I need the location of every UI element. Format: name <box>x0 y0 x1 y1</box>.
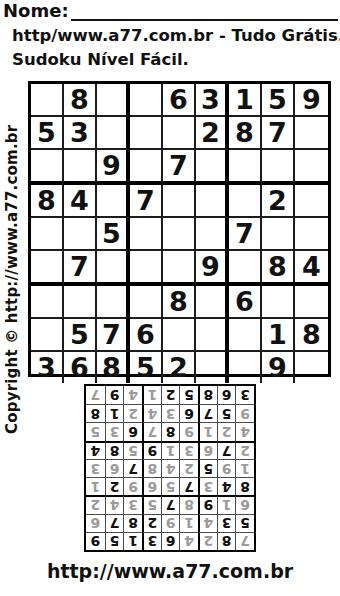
solution-cell-r3c9: 2 <box>86 495 105 513</box>
puzzle-cell-r2c9 <box>295 117 328 150</box>
puzzle-cell-r3c2 <box>64 150 97 185</box>
puzzle-cell-r9c1: 3 <box>31 352 64 383</box>
puzzle-cell-r8c8: 1 <box>262 319 295 352</box>
puzzle-cell-r6c8: 8 <box>262 251 295 286</box>
puzzle-cell-r6c3 <box>97 251 130 286</box>
puzzle-cell-r5c5 <box>163 218 196 251</box>
solution-cell-r5c1: 1 <box>235 459 254 477</box>
solution-cell-r8c5: 3 <box>161 404 180 422</box>
solution-cell-r3c6: 5 <box>142 495 161 513</box>
solution-cell-r6c5: 1 <box>161 441 180 459</box>
footer-url: http://www.a77.com.br <box>0 560 340 582</box>
puzzle-cell-r4c5 <box>163 185 196 218</box>
solution-cell-r8c8: 1 <box>105 404 124 422</box>
solution-cell-r1c8: 5 <box>105 532 124 550</box>
site-tagline: http/www.a77.com.br - Tudo Grátis. <box>12 26 340 45</box>
puzzle-cell-r3c4 <box>130 150 163 185</box>
puzzle-cell-r1c4 <box>130 84 163 117</box>
solution-cell-r2c6: 2 <box>142 514 161 532</box>
solution-cell-r3c1: 6 <box>235 495 254 513</box>
solution-cell-r9c7: 4 <box>123 386 142 404</box>
solution-cell-r8c7: 2 <box>123 404 142 422</box>
puzzle-cell-r3c9 <box>295 150 328 185</box>
puzzle-cell-r1c7: 1 <box>229 84 262 117</box>
solution-cell-r3c4: 8 <box>179 495 198 513</box>
solution-cell-r5c7: 7 <box>123 459 142 477</box>
puzzle-cell-r9c3: 8 <box>97 352 130 383</box>
puzzle-cell-r5c3: 5 <box>97 218 130 251</box>
puzzle-cell-r3c3: 9 <box>97 150 130 185</box>
solution-cell-r1c9: 9 <box>86 532 105 550</box>
puzzle-cell-r8c7 <box>229 319 262 352</box>
solution-cell-r2c4: 1 <box>179 514 198 532</box>
puzzle-cell-r4c4: 7 <box>130 185 163 218</box>
solution-cell-r9c8: 9 <box>105 386 124 404</box>
solution-cell-r8c1: 9 <box>235 404 254 422</box>
solution-cell-r6c8: 8 <box>105 441 124 459</box>
puzzle-cell-r5c2 <box>64 218 97 251</box>
puzzle-cell-r9c7 <box>229 352 262 383</box>
solution-cell-r2c5: 9 <box>161 514 180 532</box>
solution-cell-r4c9: 1 <box>86 477 105 495</box>
puzzle-cell-r1c3 <box>97 84 130 117</box>
puzzle-cell-r7c6 <box>196 286 229 319</box>
puzzle-cell-r5c1 <box>31 218 64 251</box>
solution-cell-r9c2: 6 <box>217 386 236 404</box>
puzzle-cell-r6c4 <box>130 251 163 286</box>
puzzle-cell-r4c9 <box>295 185 328 218</box>
solution-cell-r4c3: 3 <box>198 477 217 495</box>
sudoku-puzzle-grid: 863159532879784725779848657618368529 <box>28 81 331 377</box>
puzzle-cell-r5c6 <box>196 218 229 251</box>
puzzle-cell-r2c8: 7 <box>262 117 295 150</box>
sudoku-solution-grid-rotated: 7824631595341928766198753428437569211952… <box>84 384 256 552</box>
solution-cell-r4c6: 6 <box>142 477 161 495</box>
puzzle-cell-r4c2: 4 <box>64 185 97 218</box>
solution-cell-r3c2: 1 <box>217 495 236 513</box>
solution-cell-r5c5: 4 <box>161 459 180 477</box>
solution-cell-r1c1: 7 <box>235 532 254 550</box>
solution-cell-r5c2: 9 <box>217 459 236 477</box>
solution-cell-r6c1: 2 <box>235 441 254 459</box>
puzzle-cell-r9c6 <box>196 352 229 383</box>
solution-cell-r1c6: 3 <box>142 532 161 550</box>
puzzle-cell-r6c9: 4 <box>295 251 328 286</box>
solution-cell-r3c7: 3 <box>123 495 142 513</box>
puzzle-cell-r4c6 <box>196 185 229 218</box>
solution-cell-r7c2: 2 <box>217 422 236 440</box>
solution-cell-r2c7: 8 <box>123 514 142 532</box>
solution-cell-r4c5: 5 <box>161 477 180 495</box>
puzzle-cell-r9c4: 5 <box>130 352 163 383</box>
solution-cell-r8c9: 8 <box>86 404 105 422</box>
puzzle-cell-r3c8 <box>262 150 295 185</box>
solution-cell-r5c4: 2 <box>179 459 198 477</box>
solution-cell-r4c8: 2 <box>105 477 124 495</box>
name-label: Nome: <box>3 1 69 21</box>
solution-cell-r4c4: 7 <box>179 477 198 495</box>
puzzle-cell-r7c4 <box>130 286 163 319</box>
puzzle-cell-r8c3: 7 <box>97 319 130 352</box>
solution-cell-r7c9: 5 <box>86 422 105 440</box>
puzzle-cell-r1c6: 3 <box>196 84 229 117</box>
solution-cell-r7c3: 1 <box>198 422 217 440</box>
solution-cell-r9c1: 3 <box>235 386 254 404</box>
solution-cell-r1c3: 2 <box>198 532 217 550</box>
solution-cell-r5c3: 5 <box>198 459 217 477</box>
solution-cell-r2c1: 5 <box>235 514 254 532</box>
solution-cell-r5c6: 8 <box>142 459 161 477</box>
puzzle-cell-r3c6 <box>196 150 229 185</box>
puzzle-cell-r9c9 <box>295 352 328 383</box>
solution-cell-r6c7: 5 <box>123 441 142 459</box>
solution-cell-r2c8: 7 <box>105 514 124 532</box>
puzzle-cell-r1c5: 6 <box>163 84 196 117</box>
puzzle-cell-r6c7 <box>229 251 262 286</box>
solution-cell-r9c3: 8 <box>198 386 217 404</box>
name-fill-in-line <box>71 1 338 21</box>
solution-cell-r5c8: 6 <box>105 459 124 477</box>
solution-cell-r6c3: 6 <box>198 441 217 459</box>
puzzle-cell-r8c6 <box>196 319 229 352</box>
solution-cell-r1c2: 8 <box>217 532 236 550</box>
puzzle-cell-r8c1 <box>31 319 64 352</box>
solution-cell-r8c2: 5 <box>217 404 236 422</box>
solution-cell-r3c3: 9 <box>198 495 217 513</box>
puzzle-cell-r4c3 <box>97 185 130 218</box>
solution-cell-r1c7: 1 <box>123 532 142 550</box>
solution-cell-r2c9: 6 <box>86 514 105 532</box>
puzzle-cell-r2c1: 5 <box>31 117 64 150</box>
puzzle-cell-r9c5: 2 <box>163 352 196 383</box>
copyright-vertical-text: Copyright © http://www.a77.com.br <box>3 125 21 434</box>
puzzle-cell-r4c8: 2 <box>262 185 295 218</box>
puzzle-cell-r7c9 <box>295 286 328 319</box>
puzzle-cell-r7c8 <box>262 286 295 319</box>
puzzle-cell-r1c8: 5 <box>262 84 295 117</box>
puzzle-cell-r2c7: 8 <box>229 117 262 150</box>
puzzle-cell-r2c2: 3 <box>64 117 97 150</box>
puzzle-cell-r8c2: 5 <box>64 319 97 352</box>
puzzle-cell-r9c2: 6 <box>64 352 97 383</box>
solution-cell-r9c5: 2 <box>161 386 180 404</box>
puzzle-cell-r5c8 <box>262 218 295 251</box>
solution-cell-r3c8: 4 <box>105 495 124 513</box>
puzzle-cell-r2c4 <box>130 117 163 150</box>
puzzle-cell-r8c9: 8 <box>295 319 328 352</box>
puzzle-cell-r3c7 <box>229 150 262 185</box>
solution-cell-r6c6: 9 <box>142 441 161 459</box>
solution-cell-r8c6: 4 <box>142 404 161 422</box>
solution-cell-r7c1: 4 <box>235 422 254 440</box>
solution-cell-r9c6: 1 <box>142 386 161 404</box>
solution-cell-r2c2: 3 <box>217 514 236 532</box>
solution-cell-r7c4: 9 <box>179 422 198 440</box>
puzzle-cell-r2c6: 2 <box>196 117 229 150</box>
solution-cell-r3c5: 7 <box>161 495 180 513</box>
solution-cell-r5c9: 3 <box>86 459 105 477</box>
puzzle-cell-r1c9: 9 <box>295 84 328 117</box>
puzzle-title: Sudoku Nível Fácil. <box>12 50 189 69</box>
solution-cell-r8c3: 7 <box>198 404 217 422</box>
solution-cell-r7c5: 8 <box>161 422 180 440</box>
solution-cell-r7c7: 6 <box>123 422 142 440</box>
puzzle-cell-r7c3 <box>97 286 130 319</box>
puzzle-cell-r5c7: 7 <box>229 218 262 251</box>
puzzle-cell-r7c2 <box>64 286 97 319</box>
puzzle-cell-r4c1: 8 <box>31 185 64 218</box>
solution-cell-r9c4: 5 <box>179 386 198 404</box>
solution-cell-r4c1: 8 <box>235 477 254 495</box>
puzzle-cell-r7c5: 8 <box>163 286 196 319</box>
puzzle-cell-r1c2: 8 <box>64 84 97 117</box>
solution-cell-r6c9: 4 <box>86 441 105 459</box>
puzzle-cell-r4c7 <box>229 185 262 218</box>
puzzle-cell-r3c5: 7 <box>163 150 196 185</box>
solution-cell-r9c9: 7 <box>86 386 105 404</box>
puzzle-cell-r1c1 <box>31 84 64 117</box>
solution-cell-r6c4: 3 <box>179 441 198 459</box>
puzzle-cell-r6c6: 9 <box>196 251 229 286</box>
puzzle-cell-r7c1 <box>31 286 64 319</box>
puzzle-cell-r5c9 <box>295 218 328 251</box>
printable-sudoku-page: Nome: http/www.a77.com.br - Tudo Grátis.… <box>0 0 340 596</box>
puzzle-cell-r2c5 <box>163 117 196 150</box>
puzzle-cell-r7c7: 6 <box>229 286 262 319</box>
puzzle-cell-r5c4 <box>130 218 163 251</box>
solution-cell-r4c2: 4 <box>217 477 236 495</box>
solution-cell-r2c3: 4 <box>198 514 217 532</box>
solution-cell-r4c7: 9 <box>123 477 142 495</box>
puzzle-cell-r3c1 <box>31 150 64 185</box>
solution-cell-r1c4: 4 <box>179 532 198 550</box>
puzzle-cell-r8c5 <box>163 319 196 352</box>
solution-cell-r7c8: 3 <box>105 422 124 440</box>
puzzle-cell-r8c4: 6 <box>130 319 163 352</box>
puzzle-cell-r6c2: 7 <box>64 251 97 286</box>
puzzle-cell-r6c1 <box>31 251 64 286</box>
solution-cell-r1c5: 6 <box>161 532 180 550</box>
puzzle-cell-r2c3 <box>97 117 130 150</box>
puzzle-cell-r6c5 <box>163 251 196 286</box>
puzzle-cell-r9c8: 9 <box>262 352 295 383</box>
solution-cell-r7c6: 7 <box>142 422 161 440</box>
solution-cell-r6c2: 7 <box>217 441 236 459</box>
name-row: Nome: <box>3 1 338 21</box>
solution-cell-r8c4: 6 <box>179 404 198 422</box>
